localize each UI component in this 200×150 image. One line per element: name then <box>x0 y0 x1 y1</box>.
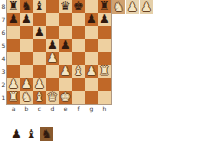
square-e3[interactable]: ♟ <box>59 65 72 78</box>
square-f3[interactable]: ♝ <box>72 65 85 78</box>
white-pawn-icon[interactable]: ♟ <box>60 65 71 78</box>
square-g2[interactable] <box>85 78 98 91</box>
black-pawn-icon[interactable]: ♟ <box>99 13 110 26</box>
captured-black-pawn-cell: ♟ <box>10 127 23 141</box>
square-h1[interactable] <box>98 91 111 104</box>
chess-board: ♜♞♝♛♚♜♟♟♟♟♟♟♟♟♟♝♟♜♟♟♟♜♞♝♛♚ <box>7 0 111 104</box>
black-king-icon[interactable]: ♚ <box>73 0 84 13</box>
square-a4[interactable] <box>7 52 20 65</box>
file-label-a: a <box>7 104 20 113</box>
black-queen-icon[interactable]: ♛ <box>60 0 71 13</box>
black-pawn-icon[interactable]: ♟ <box>21 13 32 26</box>
square-h2[interactable] <box>98 78 111 91</box>
rank-label-2: 2 <box>0 78 7 91</box>
square-g5[interactable] <box>85 39 98 52</box>
black-pawn-icon[interactable]: ♟ <box>34 26 45 39</box>
black-bishop-icon[interactable]: ♝ <box>34 0 45 13</box>
captured-white-pawn-2-icon[interactable]: ♟ <box>141 1 152 14</box>
square-b5[interactable] <box>20 39 33 52</box>
captured-white-knight-cell: ♞ <box>112 0 125 14</box>
rank-label-5: 5 <box>0 39 7 52</box>
file-label-e: e <box>59 104 72 113</box>
white-knight-icon[interactable]: ♞ <box>21 91 32 104</box>
square-a6[interactable] <box>7 26 20 39</box>
file-label-h: h <box>98 104 111 113</box>
square-g1[interactable] <box>85 91 98 104</box>
square-h6[interactable] <box>98 26 111 39</box>
captured-white-knight-icon[interactable]: ♞ <box>113 1 124 14</box>
square-f5[interactable] <box>72 39 85 52</box>
captured-white-pieces-tray: ♞♟♟ <box>112 0 153 14</box>
captured-black-pieces-tray: ♟♝♞ <box>10 127 53 141</box>
captured-black-pawn-icon[interactable]: ♟ <box>11 128 22 141</box>
rank-labels: 87654321 <box>0 0 7 104</box>
rank-label-4: 4 <box>0 52 7 65</box>
white-queen-icon[interactable]: ♛ <box>47 91 58 104</box>
square-b4[interactable] <box>20 52 33 65</box>
square-a5[interactable] <box>7 39 20 52</box>
square-e8[interactable]: ♛ <box>59 0 72 13</box>
captured-black-bishop-cell: ♝ <box>25 127 38 141</box>
rank-label-1: 1 <box>0 91 7 104</box>
black-pawn-icon[interactable]: ♟ <box>8 13 19 26</box>
captured-black-bishop-icon[interactable]: ♝ <box>26 128 37 141</box>
square-f8[interactable]: ♚ <box>72 0 85 13</box>
square-c6[interactable]: ♟ <box>33 26 46 39</box>
square-f7[interactable] <box>72 13 85 26</box>
file-label-d: d <box>46 104 59 113</box>
square-g6[interactable] <box>85 26 98 39</box>
square-e7[interactable] <box>59 13 72 26</box>
square-a7[interactable]: ♟ <box>7 13 20 26</box>
square-c5[interactable] <box>33 39 46 52</box>
captured-white-pawn-1-cell: ♟ <box>126 0 139 14</box>
square-g3[interactable]: ♟ <box>85 65 98 78</box>
square-g7[interactable]: ♟ <box>85 13 98 26</box>
rank-label-8: 8 <box>0 0 7 13</box>
captured-white-pawn-1-icon[interactable]: ♟ <box>127 1 138 14</box>
rank-label-3: 3 <box>0 65 7 78</box>
square-f1[interactable] <box>72 91 85 104</box>
square-b6[interactable] <box>20 26 33 39</box>
chess-app: 87654321 ♜♞♝♛♚♜♟♟♟♟♟♟♟♟♟♝♟♜♟♟♟♜♞♝♛♚ abcd… <box>0 0 200 150</box>
captured-black-knight-cell: ♞ <box>40 127 53 141</box>
square-f2[interactable] <box>72 78 85 91</box>
square-e5[interactable]: ♟ <box>59 39 72 52</box>
square-h5[interactable] <box>98 39 111 52</box>
square-h3[interactable]: ♜ <box>98 65 111 78</box>
black-pawn-icon[interactable]: ♟ <box>86 13 97 26</box>
square-b1[interactable]: ♞ <box>20 91 33 104</box>
square-d4[interactable]: ♟ <box>46 52 59 65</box>
square-b7[interactable]: ♟ <box>20 13 33 26</box>
white-bishop-icon[interactable]: ♝ <box>34 91 45 104</box>
square-h7[interactable]: ♟ <box>98 13 111 26</box>
file-label-g: g <box>85 104 98 113</box>
file-labels: abcdefgh <box>7 104 111 113</box>
white-pawn-icon[interactable]: ♟ <box>86 65 97 78</box>
white-pawn-icon[interactable]: ♟ <box>47 52 58 65</box>
square-e1[interactable]: ♚ <box>59 91 72 104</box>
white-rook-icon[interactable]: ♜ <box>99 65 110 78</box>
black-pawn-icon[interactable]: ♟ <box>60 39 71 52</box>
captured-white-pawn-2-cell: ♟ <box>140 0 153 14</box>
rank-label-7: 7 <box>0 13 7 26</box>
file-label-c: c <box>33 104 46 113</box>
file-label-f: f <box>72 104 85 113</box>
square-f6[interactable] <box>72 26 85 39</box>
square-d1[interactable]: ♛ <box>46 91 59 104</box>
square-d7[interactable] <box>46 13 59 26</box>
square-d8[interactable] <box>46 0 59 13</box>
captured-black-knight-icon[interactable]: ♞ <box>41 128 52 141</box>
square-a1[interactable]: ♜ <box>7 91 20 104</box>
square-d3[interactable] <box>46 65 59 78</box>
rank-label-6: 6 <box>0 26 7 39</box>
white-rook-icon[interactable]: ♜ <box>8 91 19 104</box>
square-c1[interactable]: ♝ <box>33 91 46 104</box>
square-c4[interactable] <box>33 52 46 65</box>
white-king-icon[interactable]: ♚ <box>60 91 71 104</box>
file-label-b: b <box>20 104 33 113</box>
square-c8[interactable]: ♝ <box>33 0 46 13</box>
white-bishop-icon[interactable]: ♝ <box>73 65 84 78</box>
